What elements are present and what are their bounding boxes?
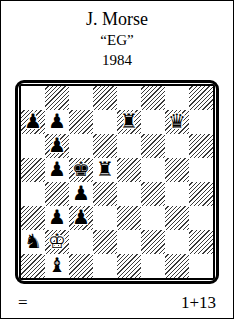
square-h1 (189, 254, 213, 278)
square-a3 (21, 206, 45, 230)
black-knight-piece: ♞ (21, 230, 45, 254)
square-f1 (141, 254, 165, 278)
source-journal: “EG” (1, 30, 233, 50)
square-e1 (117, 254, 141, 278)
square-h4 (189, 182, 213, 206)
square-b5: ♟ (45, 158, 69, 182)
chess-problem-page: J. Morse “EG” 1984 ♟♟♜♛♟♟♚♜♟♟♟♞♔♝ = 1+13 (0, 0, 234, 319)
square-b8 (45, 86, 69, 110)
black-queen-piece: ♛ (165, 110, 189, 134)
square-b2: ♔ (45, 230, 69, 254)
square-f4 (141, 182, 165, 206)
square-b3: ♟ (45, 206, 69, 230)
square-d5: ♜ (93, 158, 117, 182)
square-b6: ♟ (45, 134, 69, 158)
black-pawn-piece: ♟ (45, 206, 69, 230)
material-count: 1+13 (181, 293, 216, 313)
chess-board-frame: ♟♟♜♛♟♟♚♜♟♟♟♞♔♝ (15, 80, 219, 284)
chess-board: ♟♟♜♛♟♟♚♜♟♟♟♞♔♝ (21, 86, 213, 278)
publication-year: 1984 (1, 50, 233, 70)
square-b7: ♟ (45, 110, 69, 134)
black-rook-piece: ♜ (117, 110, 141, 134)
square-a4 (21, 182, 45, 206)
square-h7 (189, 110, 213, 134)
black-pawn-piece: ♟ (69, 206, 93, 230)
square-h8 (189, 86, 213, 110)
black-king-piece: ♚ (69, 158, 93, 182)
square-f7 (141, 110, 165, 134)
black-pawn-piece: ♟ (21, 110, 45, 134)
square-d2 (93, 230, 117, 254)
board-inner-border: ♟♟♜♛♟♟♚♜♟♟♟♞♔♝ (19, 84, 215, 280)
square-a5 (21, 158, 45, 182)
square-d4 (93, 182, 117, 206)
black-pawn-piece: ♟ (45, 110, 69, 134)
square-e2 (117, 230, 141, 254)
square-a1 (21, 254, 45, 278)
square-c7 (69, 110, 93, 134)
board-outer-border: ♟♟♜♛♟♟♚♜♟♟♟♞♔♝ (15, 80, 219, 284)
square-a6 (21, 134, 45, 158)
square-e4 (117, 182, 141, 206)
diagram-header: J. Morse “EG” 1984 (1, 1, 233, 70)
square-f5 (141, 158, 165, 182)
square-e5 (117, 158, 141, 182)
square-c2 (69, 230, 93, 254)
stipulation-row: = 1+13 (18, 293, 216, 313)
square-d1 (93, 254, 117, 278)
square-g1 (165, 254, 189, 278)
square-d6 (93, 134, 117, 158)
square-d7 (93, 110, 117, 134)
square-g4 (165, 182, 189, 206)
square-f2 (141, 230, 165, 254)
square-h6 (189, 134, 213, 158)
square-e6 (117, 134, 141, 158)
square-g7: ♛ (165, 110, 189, 134)
square-c3: ♟ (69, 206, 93, 230)
square-f6 (141, 134, 165, 158)
black-pawn-piece: ♟ (69, 182, 93, 206)
square-a8 (21, 86, 45, 110)
square-g8 (165, 86, 189, 110)
square-e3 (117, 206, 141, 230)
square-d8 (93, 86, 117, 110)
square-b1: ♝ (45, 254, 69, 278)
stipulation-result: = (18, 293, 28, 313)
square-c4: ♟ (69, 182, 93, 206)
black-pawn-piece: ♟ (45, 134, 69, 158)
square-f3 (141, 206, 165, 230)
black-rook-piece: ♜ (93, 158, 117, 182)
square-b4 (45, 182, 69, 206)
square-a7: ♟ (21, 110, 45, 134)
square-g2 (165, 230, 189, 254)
author-name: J. Morse (1, 8, 233, 30)
square-f8 (141, 86, 165, 110)
square-e8 (117, 86, 141, 110)
square-c6 (69, 134, 93, 158)
square-g3 (165, 206, 189, 230)
black-pawn-piece: ♟ (45, 158, 69, 182)
square-h5 (189, 158, 213, 182)
square-g5 (165, 158, 189, 182)
square-c5: ♚ (69, 158, 93, 182)
white-king-piece: ♔ (45, 230, 69, 254)
square-e7: ♜ (117, 110, 141, 134)
square-g6 (165, 134, 189, 158)
square-d3 (93, 206, 117, 230)
square-c8 (69, 86, 93, 110)
square-a2: ♞ (21, 230, 45, 254)
square-h3 (189, 206, 213, 230)
black-bishop-piece: ♝ (45, 254, 69, 278)
square-h2 (189, 230, 213, 254)
square-c1 (69, 254, 93, 278)
